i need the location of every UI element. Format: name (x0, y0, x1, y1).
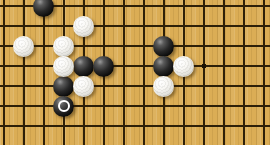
black-stone[interactable] (93, 56, 114, 77)
last-move-marker (58, 100, 70, 112)
black-stone[interactable] (53, 76, 74, 97)
grid-line-vertical (143, 0, 145, 145)
star-point (202, 64, 206, 68)
grid-line-horizontal (0, 85, 270, 87)
grid-line-vertical (43, 0, 45, 145)
grid-line-vertical (223, 0, 225, 145)
white-stone[interactable] (173, 56, 194, 77)
grid-line-vertical (203, 0, 205, 145)
white-stone[interactable] (53, 36, 74, 57)
grid-line-horizontal (0, 105, 270, 107)
grid-line-horizontal (0, 65, 270, 67)
black-stone[interactable] (33, 0, 54, 17)
go-board[interactable] (0, 0, 270, 145)
white-stone[interactable] (73, 76, 94, 97)
black-stone[interactable] (153, 56, 174, 77)
black-stone[interactable] (73, 56, 94, 77)
grid-line-vertical (3, 0, 5, 145)
grid-line-horizontal (0, 25, 270, 27)
white-stone[interactable] (53, 56, 74, 77)
white-stone[interactable] (13, 36, 34, 57)
black-stone[interactable] (153, 36, 174, 57)
grid-line-horizontal (0, 45, 270, 47)
grid-line-vertical (23, 0, 25, 145)
white-stone[interactable] (73, 16, 94, 37)
grid-line-horizontal (0, 125, 270, 127)
grid-line-vertical (263, 0, 265, 145)
black-stone[interactable] (53, 96, 74, 117)
grid-line-vertical (123, 0, 125, 145)
grid-line-vertical (243, 0, 245, 145)
white-stone[interactable] (153, 76, 174, 97)
go-app-viewport (0, 0, 270, 145)
